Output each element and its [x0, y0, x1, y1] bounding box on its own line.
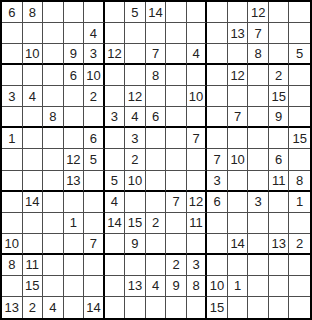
cell-r7c14-empty[interactable]: [269, 128, 290, 149]
cell-r11c3-empty[interactable]: [43, 213, 64, 234]
cell-r1c12-empty[interactable]: [228, 2, 249, 23]
cell-r15c3-given[interactable]: 4: [43, 297, 64, 318]
cell-r8c11-given[interactable]: 7: [207, 149, 228, 170]
cell-r1c2-given[interactable]: 8: [23, 2, 44, 23]
cell-r5c11-empty[interactable]: [207, 86, 228, 107]
cell-r9c13-empty[interactable]: [248, 171, 269, 192]
cell-r9c1-empty[interactable]: [2, 171, 23, 192]
cell-r11c6-given[interactable]: 14: [105, 213, 126, 234]
cell-r10c11-given[interactable]: 6: [207, 192, 228, 213]
cell-r7c13-empty[interactable]: [248, 128, 269, 149]
cell-r11c15-empty[interactable]: [289, 213, 310, 234]
cell-r12c2-empty[interactable]: [23, 234, 44, 255]
cell-r12c4-empty[interactable]: [64, 234, 85, 255]
cell-r13c15-empty[interactable]: [289, 255, 310, 276]
cell-r10c10-given[interactable]: 12: [187, 192, 208, 213]
cell-r3c2-given[interactable]: 10: [23, 44, 44, 65]
cell-r15c11-given[interactable]: 15: [207, 297, 228, 318]
cell-r3c12-empty[interactable]: [228, 44, 249, 65]
cell-r12c5-given[interactable]: 7: [84, 234, 105, 255]
cell-r4c10-empty[interactable]: [187, 65, 208, 86]
cell-r12c3-empty[interactable]: [43, 234, 64, 255]
cell-r9c14-given[interactable]: 11: [269, 171, 290, 192]
cell-r15c14-empty[interactable]: [269, 297, 290, 318]
cell-r4c1-empty[interactable]: [2, 65, 23, 86]
cell-r6c11-empty[interactable]: [207, 107, 228, 128]
cell-r12c15-given[interactable]: 2: [289, 234, 310, 255]
cell-r8c14-given[interactable]: 6: [269, 149, 290, 170]
cell-r14c1-empty[interactable]: [2, 276, 23, 297]
cell-r9c4-given[interactable]: 13: [64, 171, 85, 192]
cell-r11c7-given[interactable]: 15: [125, 213, 146, 234]
cell-r8c10-empty[interactable]: [187, 149, 208, 170]
cell-r2c1-empty[interactable]: [2, 23, 23, 44]
cell-r13c6-empty[interactable]: [105, 255, 126, 276]
cell-r3c5-given[interactable]: 3: [84, 44, 105, 65]
cell-r2c14-empty[interactable]: [269, 23, 290, 44]
cell-r6c8-given[interactable]: 6: [146, 107, 167, 128]
cell-r1c9-empty[interactable]: [166, 2, 187, 23]
cell-r3c6-given[interactable]: 12: [105, 44, 126, 65]
cell-r7c3-empty[interactable]: [43, 128, 64, 149]
cell-r6c9-empty[interactable]: [166, 107, 187, 128]
cell-r14c3-empty[interactable]: [43, 276, 64, 297]
cell-r14c14-empty[interactable]: [269, 276, 290, 297]
cell-r11c14-empty[interactable]: [269, 213, 290, 234]
cell-r15c13-empty[interactable]: [248, 297, 269, 318]
cell-r3c8-given[interactable]: 7: [146, 44, 167, 65]
cell-r13c9-given[interactable]: 2: [166, 255, 187, 276]
cell-r5c6-empty[interactable]: [105, 86, 126, 107]
cell-r6c7-given[interactable]: 4: [125, 107, 146, 128]
cell-r2c6-empty[interactable]: [105, 23, 126, 44]
cell-r2c2-empty[interactable]: [23, 23, 44, 44]
cell-r6c2-empty[interactable]: [23, 107, 44, 128]
cell-r13c5-empty[interactable]: [84, 255, 105, 276]
cell-r7c1-given[interactable]: 1: [2, 128, 23, 149]
cell-r10c6-given[interactable]: 4: [105, 192, 126, 213]
cell-r14c15-empty[interactable]: [289, 276, 310, 297]
cell-r10c12-empty[interactable]: [228, 192, 249, 213]
cell-r15c1-given[interactable]: 13: [2, 297, 23, 318]
cell-r12c8-empty[interactable]: [146, 234, 167, 255]
cell-r6c13-empty[interactable]: [248, 107, 269, 128]
cell-r4c13-empty[interactable]: [248, 65, 269, 86]
cell-r8c8-empty[interactable]: [146, 149, 167, 170]
cell-r15c7-empty[interactable]: [125, 297, 146, 318]
cell-r6c10-empty[interactable]: [187, 107, 208, 128]
cell-r2c4-empty[interactable]: [64, 23, 85, 44]
cell-r12c12-given[interactable]: 14: [228, 234, 249, 255]
cell-r10c7-empty[interactable]: [125, 192, 146, 213]
cell-r1c15-empty[interactable]: [289, 2, 310, 23]
cell-r15c2-given[interactable]: 2: [23, 297, 44, 318]
cell-r10c5-empty[interactable]: [84, 192, 105, 213]
cell-r9c9-empty[interactable]: [166, 171, 187, 192]
cell-r8c4-given[interactable]: 12: [64, 149, 85, 170]
cell-r11c12-empty[interactable]: [228, 213, 249, 234]
cell-r9c8-empty[interactable]: [146, 171, 167, 192]
cell-r4c12-given[interactable]: 12: [228, 65, 249, 86]
cell-r4c5-given[interactable]: 10: [84, 65, 105, 86]
cell-r2c7-empty[interactable]: [125, 23, 146, 44]
cell-r9c3-empty[interactable]: [43, 171, 64, 192]
cell-r13c14-empty[interactable]: [269, 255, 290, 276]
cell-r6c12-given[interactable]: 7: [228, 107, 249, 128]
cell-r8c7-given[interactable]: 2: [125, 149, 146, 170]
cell-r9c5-empty[interactable]: [84, 171, 105, 192]
cell-r1c1-given[interactable]: 6: [2, 2, 23, 23]
cell-r15c12-empty[interactable]: [228, 297, 249, 318]
cell-r2c9-empty[interactable]: [166, 23, 187, 44]
cell-r5c10-given[interactable]: 10: [187, 86, 208, 107]
cell-r1c14-empty[interactable]: [269, 2, 290, 23]
cell-r4c15-empty[interactable]: [289, 65, 310, 86]
cell-r14c4-empty[interactable]: [64, 276, 85, 297]
cell-r5c13-empty[interactable]: [248, 86, 269, 107]
cell-r10c2-given[interactable]: 14: [23, 192, 44, 213]
cell-r6c1-empty[interactable]: [2, 107, 23, 128]
cell-r7c15-given[interactable]: 15: [289, 128, 310, 149]
cell-r1c11-empty[interactable]: [207, 2, 228, 23]
cell-r13c8-empty[interactable]: [146, 255, 167, 276]
cell-r7c8-empty[interactable]: [146, 128, 167, 149]
cell-r5c7-given[interactable]: 12: [125, 86, 146, 107]
cell-r8c1-empty[interactable]: [2, 149, 23, 170]
cell-r8c2-empty[interactable]: [23, 149, 44, 170]
cell-r1c13-given[interactable]: 12: [248, 2, 269, 23]
cell-r2c3-empty[interactable]: [43, 23, 64, 44]
cell-r1c8-given[interactable]: 14: [146, 2, 167, 23]
cell-r7c5-given[interactable]: 6: [84, 128, 105, 149]
cell-r10c14-empty[interactable]: [269, 192, 290, 213]
cell-r12c10-empty[interactable]: [187, 234, 208, 255]
cell-r13c11-empty[interactable]: [207, 255, 228, 276]
cell-r14c13-empty[interactable]: [248, 276, 269, 297]
cell-r12c1-given[interactable]: 10: [2, 234, 23, 255]
cell-r11c1-empty[interactable]: [2, 213, 23, 234]
cell-r4c4-given[interactable]: 6: [64, 65, 85, 86]
cell-r11c8-given[interactable]: 2: [146, 213, 167, 234]
cell-r4c2-empty[interactable]: [23, 65, 44, 86]
cell-r14c8-given[interactable]: 4: [146, 276, 167, 297]
cell-r2c11-empty[interactable]: [207, 23, 228, 44]
cell-r10c3-empty[interactable]: [43, 192, 64, 213]
cell-r2c8-empty[interactable]: [146, 23, 167, 44]
cell-r5c12-empty[interactable]: [228, 86, 249, 107]
cell-r13c4-empty[interactable]: [64, 255, 85, 276]
cell-r13c10-given[interactable]: 3: [187, 255, 208, 276]
cell-r3c10-given[interactable]: 4: [187, 44, 208, 65]
cell-r9c15-given[interactable]: 8: [289, 171, 310, 192]
cell-r5c1-given[interactable]: 3: [2, 86, 23, 107]
cell-r11c9-empty[interactable]: [166, 213, 187, 234]
cell-r3c11-empty[interactable]: [207, 44, 228, 65]
cell-r14c9-given[interactable]: 9: [166, 276, 187, 297]
cell-r3c15-given[interactable]: 5: [289, 44, 310, 65]
cell-r9c10-empty[interactable]: [187, 171, 208, 192]
cell-r4c14-given[interactable]: 2: [269, 65, 290, 86]
cell-r5c15-empty[interactable]: [289, 86, 310, 107]
cell-r9c2-empty[interactable]: [23, 171, 44, 192]
cell-r13c1-given[interactable]: 8: [2, 255, 23, 276]
cell-r4c8-given[interactable]: 8: [146, 65, 167, 86]
cell-r6c4-empty[interactable]: [64, 107, 85, 128]
cell-r8c13-empty[interactable]: [248, 149, 269, 170]
cell-r8c12-given[interactable]: 10: [228, 149, 249, 170]
cell-r10c1-empty[interactable]: [2, 192, 23, 213]
cell-r4c9-empty[interactable]: [166, 65, 187, 86]
cell-r8c3-empty[interactable]: [43, 149, 64, 170]
cell-r13c12-empty[interactable]: [228, 255, 249, 276]
cell-r15c15-empty[interactable]: [289, 297, 310, 318]
sudoku-board: 6851412413710931274856108122342121015834…: [0, 0, 312, 320]
cell-r10c15-given[interactable]: 1: [289, 192, 310, 213]
cell-r1c4-empty[interactable]: [64, 2, 85, 23]
cell-r6c14-given[interactable]: 9: [269, 107, 290, 128]
cell-r12c11-empty[interactable]: [207, 234, 228, 255]
cell-r13c3-empty[interactable]: [43, 255, 64, 276]
cell-r8c15-empty[interactable]: [289, 149, 310, 170]
cell-r3c3-empty[interactable]: [43, 44, 64, 65]
cell-r5c9-empty[interactable]: [166, 86, 187, 107]
cell-r2c15-empty[interactable]: [289, 23, 310, 44]
cell-r15c4-empty[interactable]: [64, 297, 85, 318]
cell-r7c4-empty[interactable]: [64, 128, 85, 149]
cell-r7c6-empty[interactable]: [105, 128, 126, 149]
cell-r3c1-empty[interactable]: [2, 44, 23, 65]
cell-r7c7-given[interactable]: 3: [125, 128, 146, 149]
cell-r5c4-empty[interactable]: [64, 86, 85, 107]
cell-r10c9-given[interactable]: 7: [166, 192, 187, 213]
cell-r2c12-given[interactable]: 13: [228, 23, 249, 44]
cell-r2c5-given[interactable]: 4: [84, 23, 105, 44]
cell-r11c10-given[interactable]: 11: [187, 213, 208, 234]
cell-r9c12-empty[interactable]: [228, 171, 249, 192]
cell-r10c4-empty[interactable]: [64, 192, 85, 213]
cell-r1c6-empty[interactable]: [105, 2, 126, 23]
cell-r1c7-given[interactable]: 5: [125, 2, 146, 23]
cell-r15c5-given[interactable]: 14: [84, 297, 105, 318]
cell-r12c13-empty[interactable]: [248, 234, 269, 255]
cell-r5c8-empty[interactable]: [146, 86, 167, 107]
cell-r12c9-empty[interactable]: [166, 234, 187, 255]
cell-r13c2-given[interactable]: 11: [23, 255, 44, 276]
cell-r6c6-given[interactable]: 3: [105, 107, 126, 128]
cell-r2c13-given[interactable]: 7: [248, 23, 269, 44]
cell-r14c10-given[interactable]: 8: [187, 276, 208, 297]
cell-r1c5-empty[interactable]: [84, 2, 105, 23]
cell-r15c9-empty[interactable]: [166, 297, 187, 318]
cell-r7c11-empty[interactable]: [207, 128, 228, 149]
cell-r7c9-empty[interactable]: [166, 128, 187, 149]
cell-r6c5-empty[interactable]: [84, 107, 105, 128]
cell-r11c5-empty[interactable]: [84, 213, 105, 234]
cell-r7c12-empty[interactable]: [228, 128, 249, 149]
cell-r8c6-empty[interactable]: [105, 149, 126, 170]
cell-r7c2-empty[interactable]: [23, 128, 44, 149]
cell-r5c5-given[interactable]: 2: [84, 86, 105, 107]
cell-r15c10-empty[interactable]: [187, 297, 208, 318]
cell-r7c10-given[interactable]: 7: [187, 128, 208, 149]
cell-r3c9-empty[interactable]: [166, 44, 187, 65]
cell-r15c6-empty[interactable]: [105, 297, 126, 318]
cell-r14c2-given[interactable]: 15: [23, 276, 44, 297]
cell-r4c3-empty[interactable]: [43, 65, 64, 86]
cell-r14c6-empty[interactable]: [105, 276, 126, 297]
cell-r4c6-empty[interactable]: [105, 65, 126, 86]
cell-r3c14-empty[interactable]: [269, 44, 290, 65]
cell-r10c13-given[interactable]: 3: [248, 192, 269, 213]
cell-r5c14-given[interactable]: 15: [269, 86, 290, 107]
cell-r9c11-given[interactable]: 3: [207, 171, 228, 192]
cell-r5c3-empty[interactable]: [43, 86, 64, 107]
cell-r11c11-empty[interactable]: [207, 213, 228, 234]
cell-r8c9-empty[interactable]: [166, 149, 187, 170]
cell-r11c13-empty[interactable]: [248, 213, 269, 234]
cell-r11c4-given[interactable]: 1: [64, 213, 85, 234]
cell-r12c6-empty[interactable]: [105, 234, 126, 255]
cell-r8c5-given[interactable]: 5: [84, 149, 105, 170]
cell-r4c7-empty[interactable]: [125, 65, 146, 86]
cell-r5c2-given[interactable]: 4: [23, 86, 44, 107]
cell-r13c7-empty[interactable]: [125, 255, 146, 276]
cell-r13c13-empty[interactable]: [248, 255, 269, 276]
cell-r14c5-empty[interactable]: [84, 276, 105, 297]
cell-r3c7-empty[interactable]: [125, 44, 146, 65]
cell-r9c7-given[interactable]: 10: [125, 171, 146, 192]
cell-r12c7-given[interactable]: 9: [125, 234, 146, 255]
cell-r3c13-given[interactable]: 8: [248, 44, 269, 65]
cell-r1c3-empty[interactable]: [43, 2, 64, 23]
cell-r11c2-empty[interactable]: [23, 213, 44, 234]
cell-r14c7-given[interactable]: 13: [125, 276, 146, 297]
cell-r1c10-empty[interactable]: [187, 2, 208, 23]
cell-r4c11-empty[interactable]: [207, 65, 228, 86]
cell-r14c11-given[interactable]: 10: [207, 276, 228, 297]
cell-r2c10-empty[interactable]: [187, 23, 208, 44]
cell-r6c15-empty[interactable]: [289, 107, 310, 128]
cell-r14c12-given[interactable]: 1: [228, 276, 249, 297]
cell-r3c4-given[interactable]: 9: [64, 44, 85, 65]
cell-r6c3-given[interactable]: 8: [43, 107, 64, 128]
cell-r15c8-empty[interactable]: [146, 297, 167, 318]
cell-r10c8-empty[interactable]: [146, 192, 167, 213]
cell-r12c14-given[interactable]: 13: [269, 234, 290, 255]
cell-r9c6-given[interactable]: 5: [105, 171, 126, 192]
